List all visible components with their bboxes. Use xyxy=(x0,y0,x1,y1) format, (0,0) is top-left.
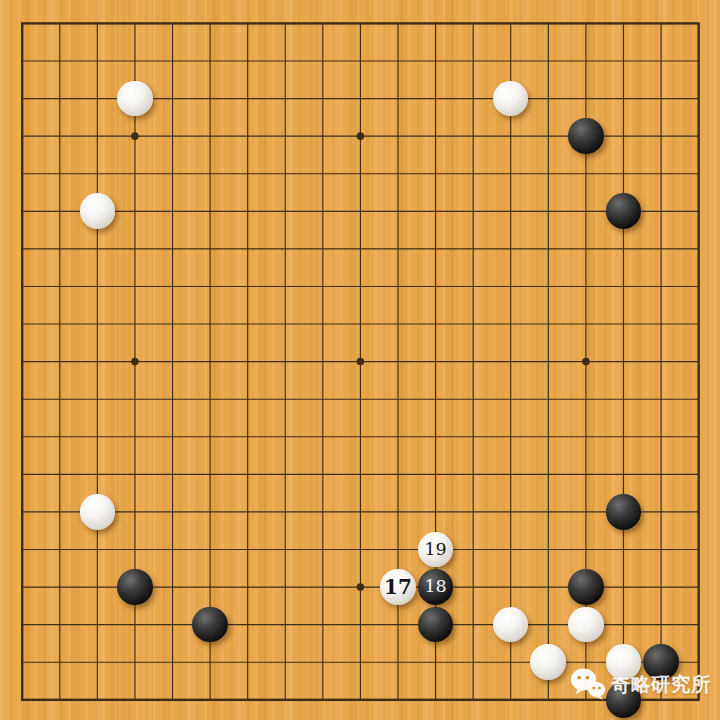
white-stone xyxy=(493,81,529,117)
black-stone xyxy=(418,607,454,643)
move-number-label: 18 xyxy=(424,578,446,596)
black-stone xyxy=(117,569,153,605)
white-stone: 19 xyxy=(418,532,454,568)
black-stone xyxy=(568,118,604,154)
move-number-label: 17 xyxy=(384,577,412,597)
stones-layer: 191718 xyxy=(3,5,717,719)
white-stone xyxy=(80,494,116,530)
black-stone xyxy=(192,607,228,643)
move-number-label: 19 xyxy=(424,541,446,559)
white-stone xyxy=(493,607,529,643)
wechat-icon xyxy=(570,667,606,701)
watermark-text: 奇略研究所 xyxy=(611,671,711,698)
white-stone xyxy=(117,81,153,117)
go-diagram: 191718 奇略研究所 xyxy=(0,0,720,720)
black-stone xyxy=(606,494,642,530)
white-stone xyxy=(568,607,604,643)
black-stone xyxy=(568,569,604,605)
watermark: 奇略研究所 xyxy=(570,666,711,702)
white-stone xyxy=(530,644,566,680)
white-stone: 17 xyxy=(380,569,416,605)
white-stone xyxy=(80,193,116,229)
black-stone: 18 xyxy=(418,569,454,605)
black-stone xyxy=(606,193,642,229)
